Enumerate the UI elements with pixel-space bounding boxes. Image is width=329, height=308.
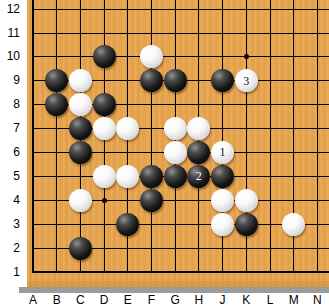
col-label-C: C: [72, 294, 88, 307]
col-label-N: N: [309, 294, 325, 307]
stone-black-C7: [69, 117, 92, 140]
col-label-L: L: [262, 294, 278, 307]
stone-white-C4: [69, 189, 92, 212]
stone-black-H5: 2: [187, 165, 210, 188]
row-label-11: 11: [0, 26, 20, 41]
stone-white-D5: [93, 165, 116, 188]
stone-black-E3: [116, 213, 139, 236]
col-label-H: H: [191, 294, 207, 307]
stone-white-K4: [235, 189, 258, 212]
row-label-12: 12: [0, 2, 20, 17]
move-number-3: 3: [243, 75, 249, 87]
row-label-3: 3: [0, 217, 20, 232]
col-label-A: A: [25, 294, 41, 307]
row-label-1: 1: [0, 265, 20, 280]
row-label-8: 8: [0, 97, 20, 112]
col-label-K: K: [238, 294, 254, 307]
stone-white-J6: 1: [211, 141, 234, 164]
move-number-1: 1: [219, 146, 225, 158]
stone-black-K3: [235, 213, 258, 236]
row-label-7: 7: [0, 121, 20, 136]
col-label-D: D: [96, 294, 112, 307]
stone-white-D7: [93, 117, 116, 140]
col-label-E: E: [120, 294, 136, 307]
stone-black-J9: [211, 69, 234, 92]
col-label-B: B: [49, 294, 65, 307]
row-label-10: 10: [0, 49, 20, 64]
stone-white-E7: [116, 117, 139, 140]
stone-black-G5: [164, 165, 187, 188]
stone-white-F10: [140, 45, 163, 68]
stone-white-G6: [164, 141, 187, 164]
stone-black-G9: [164, 69, 187, 92]
col-label-G: G: [167, 294, 183, 307]
stone-black-F9: [140, 69, 163, 92]
go-diagram: 121110987654321ABCDEFGHJKLMN 231: [0, 0, 329, 308]
stone-white-K9: 3: [235, 69, 258, 92]
row-label-2: 2: [0, 241, 20, 256]
row-label-5: 5: [0, 169, 20, 184]
stone-white-J4: [211, 189, 234, 212]
stone-white-M3: [282, 213, 305, 236]
stone-black-J5: [211, 165, 234, 188]
stone-black-D10: [93, 45, 116, 68]
stone-black-F4: [140, 189, 163, 212]
stone-black-B8: [45, 93, 68, 116]
stone-white-E5: [116, 165, 139, 188]
stone-black-B9: [45, 69, 68, 92]
stone-black-D8: [93, 93, 116, 116]
col-label-F: F: [144, 294, 160, 307]
stone-grid[interactable]: 231: [21, 0, 329, 284]
move-number-2: 2: [196, 170, 202, 182]
col-label-M: M: [286, 294, 302, 307]
stone-black-F5: [140, 165, 163, 188]
stone-white-C8: [69, 93, 92, 116]
row-label-4: 4: [0, 193, 20, 208]
stone-black-C2: [69, 237, 92, 260]
row-label-6: 6: [0, 145, 20, 160]
stone-white-C9: [69, 69, 92, 92]
stone-white-J3: [211, 213, 234, 236]
stone-white-H7: [187, 117, 210, 140]
col-label-J: J: [215, 294, 231, 307]
row-label-9: 9: [0, 73, 20, 88]
stone-black-H6: [187, 141, 210, 164]
stone-white-G7: [164, 117, 187, 140]
stone-black-C6: [69, 141, 92, 164]
